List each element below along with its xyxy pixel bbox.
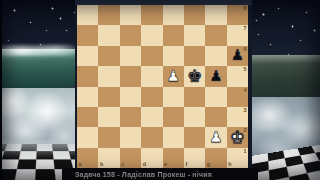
rank-label-4: 4 [244, 88, 247, 94]
square-g2: ♟ [205, 127, 226, 147]
square-c4 [120, 87, 141, 107]
square-h4: 4 [227, 87, 248, 107]
square-e3 [163, 107, 184, 127]
square-f7 [184, 25, 205, 45]
square-c8 [120, 5, 141, 25]
rank-label-5: 5 [244, 67, 247, 73]
rank-label-3: 3 [244, 108, 247, 114]
square-b8 [98, 5, 119, 25]
square-f8 [184, 5, 205, 25]
square-b7 [98, 25, 119, 45]
square-a2 [77, 127, 98, 147]
square-d2 [141, 127, 162, 147]
square-e6 [163, 46, 184, 66]
ocean-swell-right [247, 55, 320, 101]
square-e8 [163, 5, 184, 25]
square-b6 [98, 46, 119, 66]
square-a6 [77, 46, 98, 66]
file-label-e: e [164, 162, 167, 168]
square-g7 [205, 25, 226, 45]
wave-foam-crest [0, 44, 82, 56]
piece-black-king-f5: ♚ [184, 66, 205, 86]
square-h1: h1 [227, 148, 248, 168]
rank-label-7: 7 [244, 26, 247, 32]
square-d4 [141, 87, 162, 107]
caption-bar: Задача 158 - Ладіслав Прокеш - нічия [62, 168, 258, 180]
square-h7: 7 [227, 25, 248, 45]
square-d7 [141, 25, 162, 45]
square-b3 [98, 107, 119, 127]
square-b2 [98, 127, 119, 147]
square-h8: 8 [227, 5, 248, 25]
file-label-a: a [79, 162, 82, 168]
square-h3: 3 [227, 107, 248, 127]
file-label-d: d [143, 162, 146, 168]
square-h2: 2♚ [227, 127, 248, 147]
square-f4 [184, 87, 205, 107]
square-b1: b [98, 148, 119, 168]
chess-board-frame: 876♟♟♚♟543♟2♚abcdefgh1 [75, 0, 252, 168]
square-e7 [163, 25, 184, 45]
square-f6 [184, 46, 205, 66]
square-e5: ♟ [163, 66, 184, 86]
square-g3 [205, 107, 226, 127]
image-left-edge [0, 0, 2, 180]
square-g5: ♟ [205, 66, 226, 86]
file-label-b: b [100, 162, 103, 168]
square-d8 [141, 5, 162, 25]
square-f3 [184, 107, 205, 127]
square-a3 [77, 107, 98, 127]
file-label-c: c [121, 162, 124, 168]
square-g1: g [205, 148, 226, 168]
square-a5 [77, 66, 98, 86]
square-c7 [120, 25, 141, 45]
square-e2 [163, 127, 184, 147]
square-c1: c [120, 148, 141, 168]
square-a8 [77, 5, 98, 25]
square-b5 [98, 66, 119, 86]
piece-white-pawn-g2: ♟ [205, 127, 226, 147]
scene: 876♟♟♚♟543♟2♚abcdefgh1 Задача 158 - Ладі… [0, 0, 320, 180]
square-c3 [120, 107, 141, 127]
square-g6 [205, 46, 226, 66]
square-d1: d [141, 148, 162, 168]
square-c6 [120, 46, 141, 66]
square-c5 [120, 66, 141, 86]
piece-black-pawn-g5: ♟ [205, 66, 226, 86]
square-f1: f [184, 148, 205, 168]
square-d6 [141, 46, 162, 66]
square-d5 [141, 66, 162, 86]
piece-black-pawn-h6: ♟ [227, 46, 248, 66]
file-label-f: f [185, 162, 187, 168]
square-g4 [205, 87, 226, 107]
square-b4 [98, 87, 119, 107]
square-f5: ♚ [184, 66, 205, 86]
square-c2 [120, 127, 141, 147]
square-g8 [205, 5, 226, 25]
rank-label-1: 1 [244, 149, 247, 155]
piece-white-pawn-e5: ♟ [163, 66, 184, 86]
file-label-h: h [228, 162, 231, 168]
square-h5: 5 [227, 66, 248, 86]
square-a1: a [77, 148, 98, 168]
square-f2 [184, 127, 205, 147]
rank-label-8: 8 [244, 6, 247, 12]
file-label-g: g [207, 162, 210, 168]
square-h6: 6♟ [227, 46, 248, 66]
square-a7 [77, 25, 98, 45]
square-e4 [163, 87, 184, 107]
sea-mist [0, 140, 84, 158]
chess-board: 876♟♟♚♟543♟2♚abcdefgh1 [77, 5, 248, 168]
square-a4 [77, 87, 98, 107]
piece-white-king-h2: ♚ [227, 127, 248, 147]
square-d3 [141, 107, 162, 127]
caption-text: Задача 158 - Ладіслав Прокеш - нічия [75, 171, 212, 178]
square-e1: e [163, 148, 184, 168]
